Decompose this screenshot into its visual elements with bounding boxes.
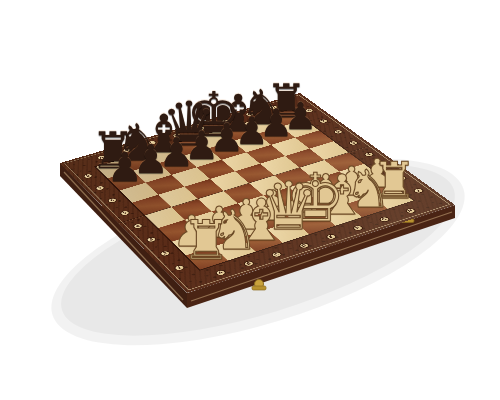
chess-set-photo: AA88BB77CC66DD55EE44FF33GG22HH11 ♜♞♝♛♚♝♞…: [0, 0, 500, 400]
